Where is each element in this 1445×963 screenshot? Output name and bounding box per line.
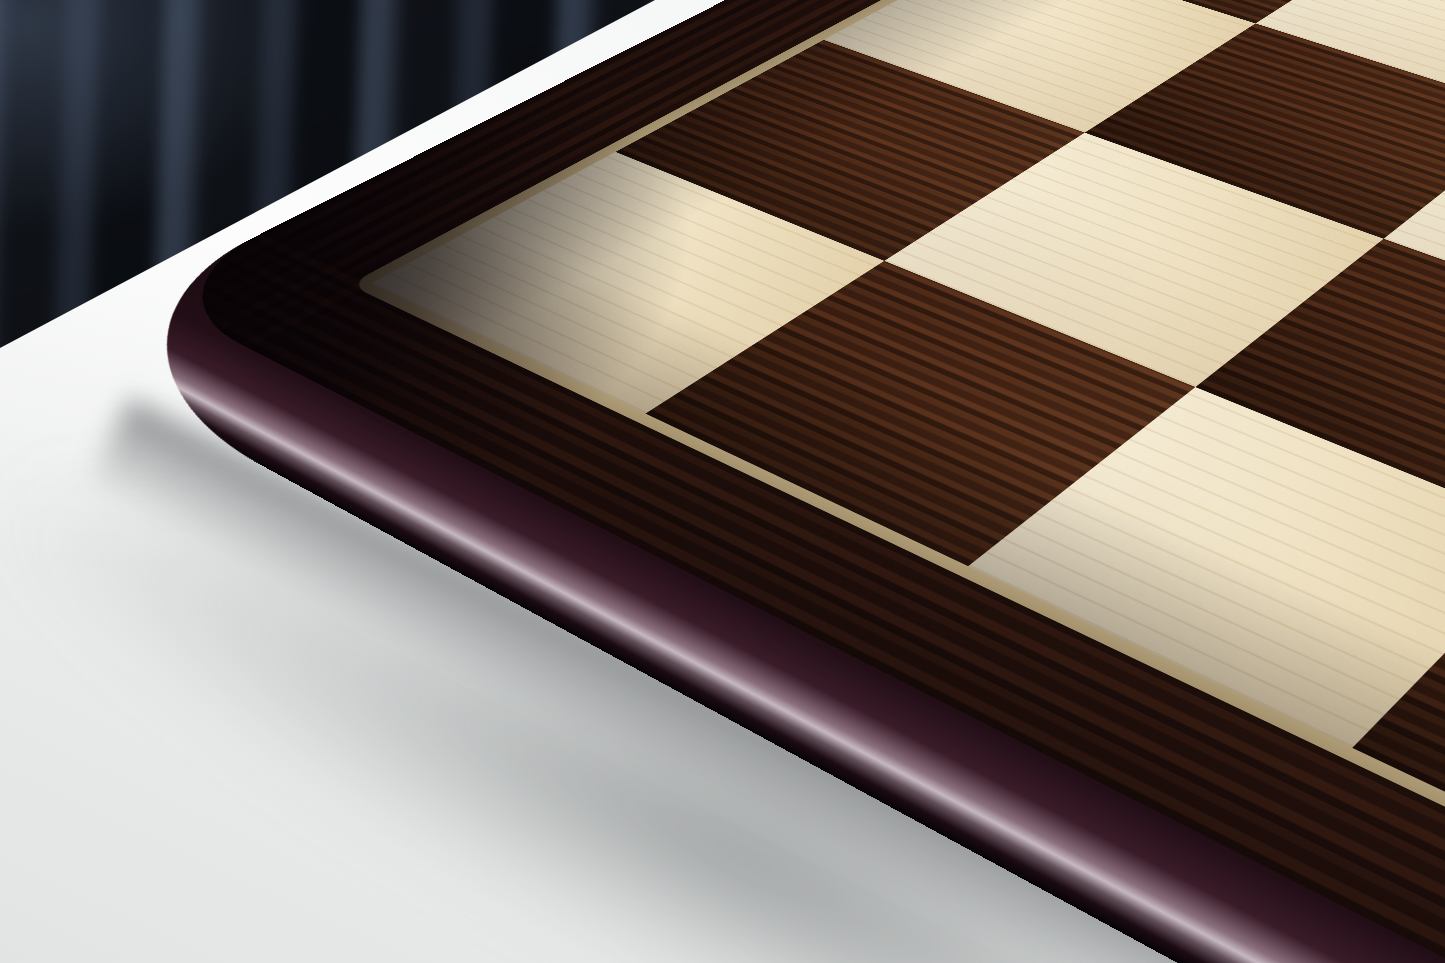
scene-3d [0, 0, 1445, 963]
product-photo-stage [0, 0, 1445, 963]
chess-board [40, 0, 1445, 963]
